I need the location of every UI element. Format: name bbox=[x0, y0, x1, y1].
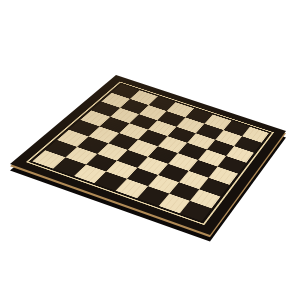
board-grid bbox=[32, 84, 269, 221]
product-photo-stage bbox=[0, 0, 300, 300]
chess-board bbox=[10, 75, 286, 235]
